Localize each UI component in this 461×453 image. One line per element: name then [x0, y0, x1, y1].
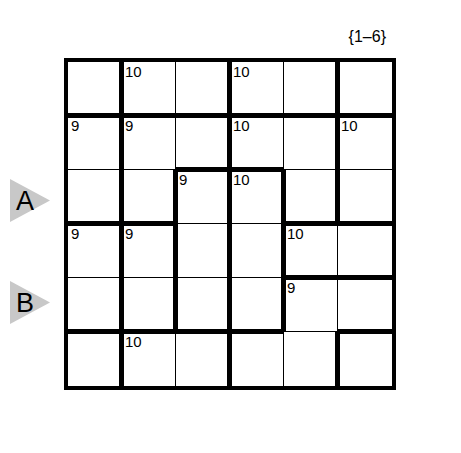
digit-range-label: {1–6} — [300, 28, 386, 46]
cell-r4c3[interactable] — [176, 224, 230, 278]
cell-r1c6[interactable] — [338, 62, 392, 116]
cage-sum-clue: 10 — [341, 117, 358, 134]
row-marker-a: A — [10, 179, 50, 222]
cell-r5c6[interactable] — [338, 278, 392, 332]
cell-r1c3[interactable] — [176, 62, 230, 116]
row-marker-b-label: B — [16, 289, 34, 316]
cell-r1c4[interactable]: 10 — [230, 62, 284, 116]
cell-r2c2[interactable]: 9 — [122, 116, 176, 170]
cage-sum-clue: 9 — [125, 117, 133, 134]
cell-r3c1[interactable] — [68, 170, 122, 224]
row-marker-b: B — [10, 281, 50, 324]
cage-sum-clue: 10 — [287, 225, 304, 242]
cell-r3c3[interactable]: 9 — [176, 170, 230, 224]
row-marker-a-label: A — [16, 187, 34, 214]
cell-r4c5[interactable]: 10 — [284, 224, 338, 278]
cell-r6c2[interactable]: 10 — [122, 332, 176, 386]
cage-sum-clue: 10 — [125, 333, 142, 350]
cell-r4c6[interactable] — [338, 224, 392, 278]
cell-r4c4[interactable] — [230, 224, 284, 278]
cell-r6c5[interactable] — [284, 332, 338, 386]
cell-r2c1[interactable]: 9 — [68, 116, 122, 170]
cage-sum-clue: 9 — [287, 279, 295, 296]
cage-sum-clue: 9 — [179, 171, 187, 188]
cell-r5c3[interactable] — [176, 278, 230, 332]
cell-r4c1[interactable]: 9 — [68, 224, 122, 278]
cell-r2c3[interactable] — [176, 116, 230, 170]
cell-r6c6[interactable] — [338, 332, 392, 386]
puzzle-page: {1–6} A B 10109910109109910910 — [0, 0, 461, 453]
cage-sum-clue: 9 — [71, 225, 79, 242]
cell-r6c3[interactable] — [176, 332, 230, 386]
cell-r3c5[interactable] — [284, 170, 338, 224]
cage-sum-clue: 9 — [125, 225, 133, 242]
cell-r5c2[interactable] — [122, 278, 176, 332]
cell-r3c4[interactable]: 10 — [230, 170, 284, 224]
cell-r3c2[interactable] — [122, 170, 176, 224]
cell-r5c1[interactable] — [68, 278, 122, 332]
cell-r5c4[interactable] — [230, 278, 284, 332]
cell-r2c5[interactable] — [284, 116, 338, 170]
cage-sum-clue: 10 — [233, 171, 250, 188]
cage-sum-clue: 10 — [233, 63, 250, 80]
cell-r3c6[interactable] — [338, 170, 392, 224]
cell-r6c1[interactable] — [68, 332, 122, 386]
cage-sum-clue: 10 — [125, 63, 142, 80]
cell-r6c4[interactable] — [230, 332, 284, 386]
cell-r2c6[interactable]: 10 — [338, 116, 392, 170]
cage-sum-clue: 10 — [233, 117, 250, 134]
cage-sum-clue: 9 — [71, 117, 79, 134]
cell-r1c1[interactable] — [68, 62, 122, 116]
cell-r1c5[interactable] — [284, 62, 338, 116]
cell-r5c5[interactable]: 9 — [284, 278, 338, 332]
cell-r1c2[interactable]: 10 — [122, 62, 176, 116]
puzzle-board: 10109910109109910910 — [64, 58, 396, 390]
cell-r2c4[interactable]: 10 — [230, 116, 284, 170]
cell-r4c2[interactable]: 9 — [122, 224, 176, 278]
